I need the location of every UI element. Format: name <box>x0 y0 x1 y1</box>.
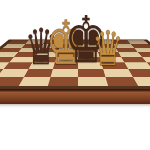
piece-white-queen: ♛ <box>92 24 124 72</box>
pieces-layer: ♛♚♚♛ <box>0 0 150 150</box>
chess-photo-scene: ♛♚♚♛ <box>0 0 150 150</box>
